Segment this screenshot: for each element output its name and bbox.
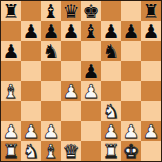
black-king[interactable]: ♚ bbox=[82, 1, 99, 21]
black-queen[interactable]: ♛ bbox=[62, 1, 79, 21]
square-c5[interactable] bbox=[41, 61, 61, 81]
white-knight[interactable]: ♞ bbox=[22, 141, 39, 161]
square-b7[interactable]: ♟ bbox=[21, 21, 41, 41]
square-c1[interactable]: ♝ bbox=[41, 141, 61, 161]
black-knight[interactable]: ♞ bbox=[42, 41, 59, 61]
square-a8[interactable]: ♜ bbox=[1, 1, 21, 21]
black-pawn[interactable]: ♟ bbox=[142, 21, 159, 41]
square-c8[interactable]: ♝ bbox=[41, 1, 61, 21]
square-e1[interactable] bbox=[81, 141, 101, 161]
square-a4[interactable]: ♝ bbox=[1, 81, 21, 101]
white-rook[interactable]: ♜ bbox=[2, 141, 19, 161]
square-h3[interactable] bbox=[141, 101, 161, 121]
black-pawn[interactable]: ♟ bbox=[2, 41, 19, 61]
white-pawn[interactable]: ♟ bbox=[22, 121, 39, 141]
white-pawn[interactable]: ♟ bbox=[102, 121, 119, 141]
black-pawn[interactable]: ♟ bbox=[62, 21, 79, 41]
square-b4[interactable] bbox=[21, 81, 41, 101]
square-b3[interactable] bbox=[21, 101, 41, 121]
square-f3[interactable]: ♞ bbox=[101, 101, 121, 121]
square-g7[interactable]: ♟ bbox=[121, 21, 141, 41]
black-pawn[interactable]: ♟ bbox=[82, 61, 99, 81]
black-knight[interactable]: ♞ bbox=[102, 41, 119, 61]
square-a5[interactable] bbox=[1, 61, 21, 81]
square-g2[interactable]: ♟ bbox=[121, 121, 141, 141]
square-e7[interactable]: ♝ bbox=[81, 21, 101, 41]
square-e5[interactable]: ♟ bbox=[81, 61, 101, 81]
white-pawn[interactable]: ♟ bbox=[2, 121, 19, 141]
square-h1[interactable] bbox=[141, 141, 161, 161]
square-g3[interactable] bbox=[121, 101, 141, 121]
square-a3[interactable] bbox=[1, 101, 21, 121]
square-b2[interactable]: ♟ bbox=[21, 121, 41, 141]
square-h5[interactable] bbox=[141, 61, 161, 81]
square-b5[interactable] bbox=[21, 61, 41, 81]
square-g6[interactable] bbox=[121, 41, 141, 61]
square-e6[interactable] bbox=[81, 41, 101, 61]
square-g1[interactable]: ♚ bbox=[121, 141, 141, 161]
square-a2[interactable]: ♟ bbox=[1, 121, 21, 141]
white-knight[interactable]: ♞ bbox=[102, 101, 119, 121]
white-pawn[interactable]: ♟ bbox=[82, 81, 99, 101]
chess-board-window: ♜♝♛♚♜♟♟♟♝♟♟♟♟♞♞♟♝♟♟♞♟♟♟♟♟♟♜♞♝♛♜♚ bbox=[0, 0, 162, 162]
black-pawn[interactable]: ♟ bbox=[42, 21, 59, 41]
square-e8[interactable]: ♚ bbox=[81, 1, 101, 21]
white-bishop[interactable]: ♝ bbox=[42, 141, 59, 161]
square-d8[interactable]: ♛ bbox=[61, 1, 81, 21]
square-f6[interactable]: ♞ bbox=[101, 41, 121, 61]
square-e4[interactable]: ♟ bbox=[81, 81, 101, 101]
white-pawn[interactable]: ♟ bbox=[42, 121, 59, 141]
square-a6[interactable]: ♟ bbox=[1, 41, 21, 61]
square-c7[interactable]: ♟ bbox=[41, 21, 61, 41]
black-pawn[interactable]: ♟ bbox=[102, 21, 119, 41]
square-f8[interactable] bbox=[101, 1, 121, 21]
square-h2[interactable]: ♟ bbox=[141, 121, 161, 141]
square-d5[interactable] bbox=[61, 61, 81, 81]
square-e3[interactable] bbox=[81, 101, 101, 121]
white-bishop[interactable]: ♝ bbox=[2, 81, 19, 101]
square-h7[interactable]: ♟ bbox=[141, 21, 161, 41]
black-rook[interactable]: ♜ bbox=[142, 1, 159, 21]
square-d7[interactable]: ♟ bbox=[61, 21, 81, 41]
white-pawn[interactable]: ♟ bbox=[142, 121, 159, 141]
white-pawn[interactable]: ♟ bbox=[62, 81, 79, 101]
square-c3[interactable] bbox=[41, 101, 61, 121]
square-f2[interactable]: ♟ bbox=[101, 121, 121, 141]
square-g5[interactable] bbox=[121, 61, 141, 81]
black-bishop[interactable]: ♝ bbox=[82, 21, 99, 41]
square-f4[interactable] bbox=[101, 81, 121, 101]
square-f7[interactable]: ♟ bbox=[101, 21, 121, 41]
square-c6[interactable]: ♞ bbox=[41, 41, 61, 61]
square-d2[interactable] bbox=[61, 121, 81, 141]
square-a1[interactable]: ♜ bbox=[1, 141, 21, 161]
square-h6[interactable] bbox=[141, 41, 161, 61]
white-queen[interactable]: ♛ bbox=[62, 141, 79, 161]
square-e2[interactable] bbox=[81, 121, 101, 141]
square-b1[interactable]: ♞ bbox=[21, 141, 41, 161]
square-b8[interactable] bbox=[21, 1, 41, 21]
square-h8[interactable]: ♜ bbox=[141, 1, 161, 21]
square-a7[interactable] bbox=[1, 21, 21, 41]
square-c4[interactable] bbox=[41, 81, 61, 101]
square-g8[interactable] bbox=[121, 1, 141, 21]
chess-board: ♜♝♛♚♜♟♟♟♝♟♟♟♟♞♞♟♝♟♟♞♟♟♟♟♟♟♜♞♝♛♜♚ bbox=[0, 0, 162, 162]
black-rook[interactable]: ♜ bbox=[2, 1, 19, 21]
black-pawn[interactable]: ♟ bbox=[122, 21, 139, 41]
white-rook[interactable]: ♜ bbox=[102, 141, 119, 161]
square-d6[interactable] bbox=[61, 41, 81, 61]
square-c2[interactable]: ♟ bbox=[41, 121, 61, 141]
square-f5[interactable] bbox=[101, 61, 121, 81]
white-pawn[interactable]: ♟ bbox=[122, 121, 139, 141]
square-d1[interactable]: ♛ bbox=[61, 141, 81, 161]
white-king[interactable]: ♚ bbox=[122, 141, 139, 161]
square-f1[interactable]: ♜ bbox=[101, 141, 121, 161]
square-h4[interactable] bbox=[141, 81, 161, 101]
black-bishop[interactable]: ♝ bbox=[42, 1, 59, 21]
square-g4[interactable] bbox=[121, 81, 141, 101]
black-pawn[interactable]: ♟ bbox=[22, 21, 39, 41]
square-d3[interactable] bbox=[61, 101, 81, 121]
square-b6[interactable] bbox=[21, 41, 41, 61]
square-d4[interactable]: ♟ bbox=[61, 81, 81, 101]
